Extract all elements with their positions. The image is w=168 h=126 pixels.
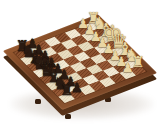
box-foot (65, 114, 71, 119)
product-photo[interactable]: ♜♞♝♚♛♝♞♜♟♟♟♟♟♟♟♟♟♟♟♟♟♟♟♟♜♞♝♚♛♝♞♜ (0, 0, 168, 126)
white-rook: ♜ (80, 11, 106, 26)
box-foot (35, 99, 41, 104)
